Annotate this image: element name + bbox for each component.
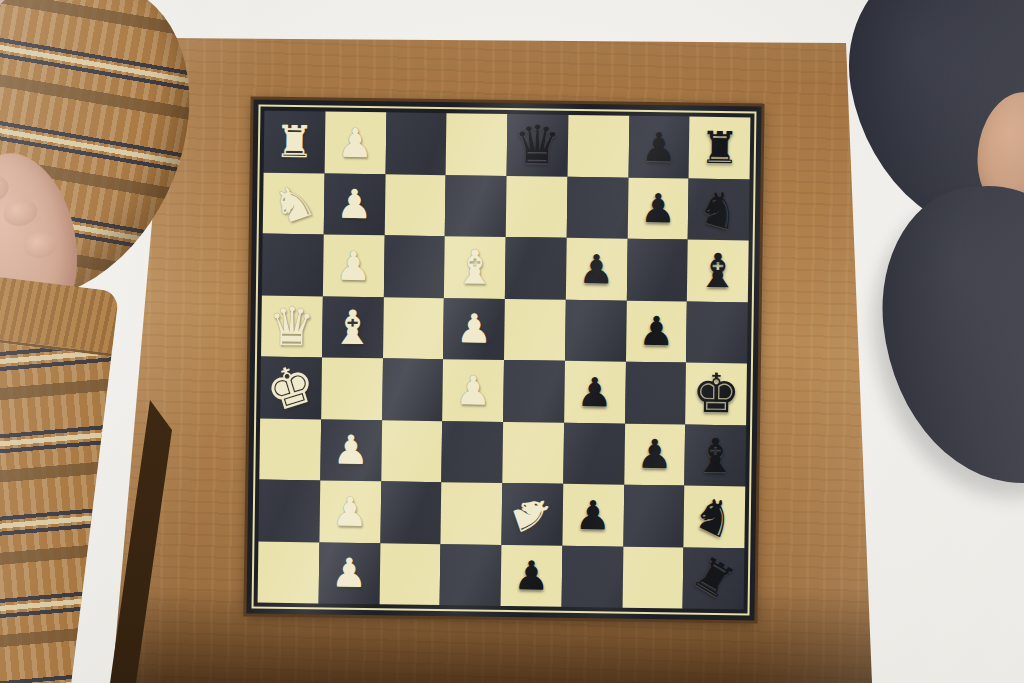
chess-board: ♜♟♛♟♜♞♟♟♞♟♝♟♝♛♝♟♟♚♟♟♚♟♟♝♟♞♟♞♟♟♜ [246, 99, 761, 620]
square-d8[interactable] [686, 301, 748, 363]
square-h5[interactable]: ♟ [501, 544, 563, 606]
square-f4[interactable] [442, 421, 504, 483]
square-e4[interactable]: ♟ [442, 359, 504, 421]
square-a8[interactable]: ♜ [689, 117, 751, 179]
square-a3[interactable] [385, 112, 447, 174]
square-c5[interactable] [505, 237, 567, 299]
square-h7[interactable] [622, 546, 684, 608]
square-c7[interactable] [626, 239, 688, 301]
piece-black-king-e8[interactable]: ♚ [692, 366, 741, 421]
square-d6[interactable] [565, 299, 627, 361]
square-f3[interactable] [381, 420, 443, 482]
square-c2[interactable]: ♟ [323, 234, 385, 296]
piece-black-pawn-d7[interactable]: ♟ [638, 311, 674, 351]
piece-black-rook-a8[interactable]: ♜ [700, 125, 740, 170]
piece-black-queen-a5[interactable]: ♛ [513, 118, 561, 172]
square-b1[interactable]: ♞ [263, 172, 325, 234]
square-d5[interactable] [504, 299, 566, 361]
piece-white-knight-b1[interactable]: ♞ [266, 174, 321, 232]
sweater-cuff-pattern [0, 340, 111, 683]
square-d7[interactable]: ♟ [625, 300, 687, 362]
photo-stage: ♜♟♛♟♜♞♟♟♞♟♝♟♝♛♝♟♟♚♟♟♚♟♟♝♟♞♟♞♟♟♜ [0, 0, 1024, 683]
square-h3[interactable] [379, 543, 441, 605]
piece-white-rook-a1[interactable]: ♜ [274, 120, 314, 165]
square-e3[interactable] [382, 358, 444, 420]
piece-white-pawn-g2[interactable]: ♟ [332, 491, 368, 531]
piece-black-bishop-f8[interactable]: ♝ [694, 431, 737, 479]
square-e6[interactable]: ♟ [564, 361, 626, 423]
square-c4[interactable]: ♝ [444, 236, 506, 298]
piece-black-knight-g8[interactable]: ♞ [685, 486, 743, 547]
square-f1[interactable] [259, 418, 321, 480]
board-grid: ♜♟♛♟♜♞♟♟♞♟♝♟♝♛♝♟♟♚♟♟♚♟♟♝♟♞♟♞♟♟♜ [258, 111, 751, 610]
piece-white-pawn-h2[interactable]: ♟ [331, 553, 367, 593]
left-hand-knuckle [1, 196, 40, 229]
square-d2[interactable]: ♝ [322, 296, 384, 358]
piece-black-pawn-a7[interactable]: ♟ [641, 127, 677, 167]
square-f2[interactable]: ♟ [320, 419, 382, 481]
square-c3[interactable] [383, 235, 445, 297]
piece-black-pawn-f7[interactable]: ♟ [636, 434, 672, 474]
square-c8[interactable]: ♝ [687, 240, 749, 302]
piece-white-king-e1[interactable]: ♚ [260, 355, 322, 421]
square-b7[interactable]: ♟ [627, 177, 689, 239]
square-b4[interactable] [445, 175, 507, 237]
left-hand-knuckle [0, 172, 11, 205]
square-b6[interactable] [566, 176, 628, 238]
square-h2[interactable]: ♟ [318, 542, 380, 604]
piece-white-pawn-b2[interactable]: ♟ [336, 184, 372, 224]
square-a1[interactable]: ♜ [264, 111, 326, 173]
square-b3[interactable] [384, 174, 446, 236]
square-h8[interactable]: ♜ [683, 547, 745, 609]
square-f6[interactable] [563, 422, 625, 484]
square-d4[interactable]: ♟ [443, 298, 505, 360]
square-b8[interactable]: ♞ [688, 178, 750, 240]
square-a6[interactable] [567, 115, 629, 177]
piece-white-pawn-e4[interactable]: ♟ [455, 370, 491, 410]
square-c6[interactable]: ♟ [566, 238, 628, 300]
square-e1[interactable]: ♚ [260, 357, 322, 419]
square-g3[interactable] [380, 481, 442, 543]
piece-white-pawn-d4[interactable]: ♟ [456, 309, 492, 349]
square-d1[interactable]: ♛ [261, 295, 323, 357]
piece-white-pawn-f2[interactable]: ♟ [333, 430, 369, 470]
left-hand-knuckle [21, 228, 60, 261]
square-e8[interactable]: ♚ [685, 363, 747, 425]
square-d3[interactable] [383, 297, 445, 359]
square-a5[interactable]: ♛ [507, 114, 569, 176]
square-h1[interactable] [258, 541, 320, 603]
piece-black-pawn-c6[interactable]: ♟ [578, 249, 614, 289]
piece-black-knight-b8[interactable]: ♞ [692, 181, 745, 238]
square-g2[interactable]: ♟ [319, 480, 381, 542]
piece-black-pawn-g6[interactable]: ♟ [575, 495, 611, 535]
piece-black-pawn-e6[interactable]: ♟ [576, 372, 612, 412]
piece-white-queen-d1[interactable]: ♛ [268, 299, 316, 353]
square-f7[interactable]: ♟ [624, 423, 686, 485]
square-c1[interactable] [262, 234, 324, 296]
square-g8[interactable]: ♞ [684, 486, 746, 548]
piece-white-bishop-c4[interactable]: ♝ [454, 244, 497, 292]
square-e5[interactable] [503, 360, 565, 422]
square-f5[interactable] [502, 421, 564, 483]
piece-white-pawn-a2[interactable]: ♟ [337, 122, 373, 162]
right-player-forearm-sleeve [870, 174, 1024, 496]
piece-black-bishop-c8[interactable]: ♝ [696, 247, 739, 295]
square-g7[interactable] [623, 485, 685, 547]
piece-black-pawn-h5[interactable]: ♟ [513, 555, 549, 595]
square-h4[interactable] [440, 544, 502, 606]
square-g1[interactable] [258, 480, 320, 542]
square-e2[interactable] [321, 357, 383, 419]
square-a7[interactable]: ♟ [628, 116, 690, 178]
left-player-forearm-cuff [0, 275, 119, 683]
piece-black-pawn-b7[interactable]: ♟ [640, 188, 676, 228]
piece-white-knight-g5[interactable]: ♞ [503, 487, 561, 542]
piece-white-pawn-c2[interactable]: ♟ [335, 245, 371, 285]
square-f8[interactable]: ♝ [685, 424, 747, 486]
square-g5[interactable]: ♞ [501, 483, 563, 545]
piece-black-rook-h8[interactable]: ♜ [685, 549, 741, 607]
square-g6[interactable]: ♟ [562, 484, 624, 546]
square-e7[interactable] [625, 362, 687, 424]
square-a4[interactable] [446, 113, 508, 175]
square-h6[interactable] [561, 545, 623, 607]
square-g4[interactable] [441, 482, 503, 544]
piece-white-bishop-d2[interactable]: ♝ [331, 303, 374, 351]
square-b2[interactable]: ♟ [323, 173, 385, 235]
square-a2[interactable]: ♟ [324, 111, 386, 173]
square-b5[interactable] [506, 176, 568, 238]
